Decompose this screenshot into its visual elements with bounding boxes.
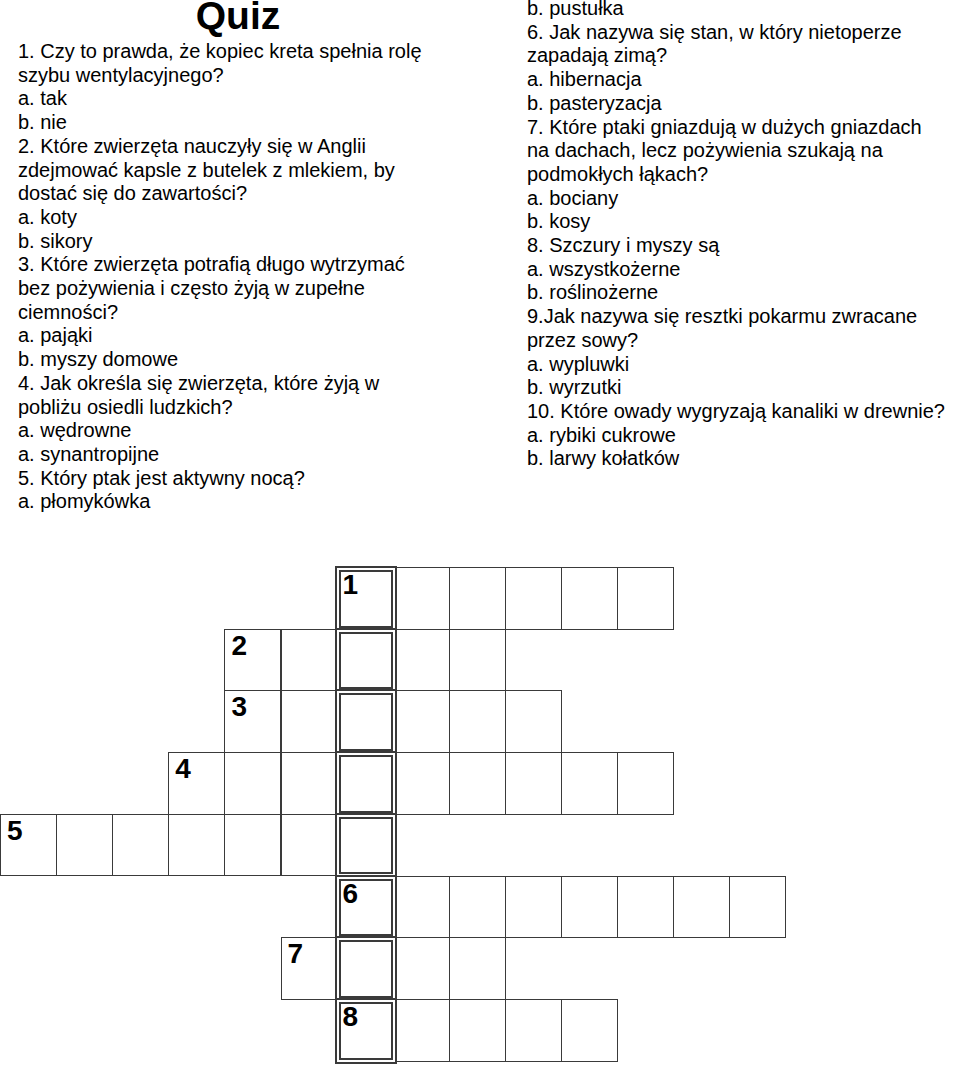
quiz-line: 1. Czy to prawda, że kopiec kreta spełni… [18, 40, 480, 64]
crossword-cell [393, 999, 450, 1062]
quiz-line: a. koty [18, 206, 480, 230]
crossword-cell [449, 752, 506, 815]
quiz-line: a. pająki [18, 324, 480, 348]
quiz-line: b. pasteryzacja [527, 92, 960, 116]
quiz-line: 10. Które owady wygryzają kanaliki w dre… [527, 400, 960, 424]
crossword-cell [393, 567, 450, 630]
crossword-solution-cell: 1 [335, 566, 397, 632]
quiz-line: b. pustułka [527, 0, 960, 21]
crossword-cell [449, 690, 506, 753]
quiz-line: podmokłych łąkach? [527, 163, 960, 187]
crossword-cell [281, 752, 338, 815]
crossword-cell [281, 814, 338, 877]
crossword-cell: 5 [0, 814, 57, 877]
crossword-cell [56, 814, 113, 877]
crossword-cell [281, 629, 338, 692]
clue-number: 2 [231, 631, 247, 661]
crossword-cell: 4 [168, 752, 225, 815]
crossword-cell [729, 876, 786, 939]
crossword-grid: 12345678 [0, 567, 960, 1067]
crossword-cell [224, 814, 281, 877]
quiz-line: ciemności? [18, 301, 480, 325]
quiz-line: 2. Które zwierzęta nauczyły się w Anglii [18, 135, 480, 159]
crossword-cell [393, 752, 450, 815]
crossword-solution-cell: 8 [335, 998, 397, 1064]
crossword-cell [617, 567, 674, 630]
clue-number: 1 [343, 570, 359, 600]
page-title: Quiz [0, 0, 476, 38]
crossword-cell [673, 876, 730, 939]
quiz-right-column: b. pustułka6. Jak nazywa się stan, w któ… [527, 0, 960, 471]
quiz-line: dostać się do zawartości? [18, 182, 480, 206]
quiz-line: a. wędrowne [18, 419, 480, 443]
crossword-cell [505, 567, 562, 630]
crossword-solution-cell [335, 628, 397, 694]
quiz-line: b. larwy kołatków [527, 447, 960, 471]
crossword-cell: 3 [224, 690, 281, 753]
quiz-line: b. roślinożerne [527, 281, 960, 305]
quiz-line: szybu wentylacyjnego? [18, 64, 480, 88]
quiz-line: 6. Jak nazywa się stan, w który nietoper… [527, 21, 960, 45]
crossword-cell [449, 629, 506, 692]
quiz-line: a. płomykówka [18, 490, 480, 514]
crossword-cell [561, 876, 618, 939]
crossword-cell [281, 690, 338, 753]
quiz-line: b. sikory [18, 230, 480, 254]
clue-number: 8 [343, 1002, 359, 1032]
crossword-cell [112, 814, 169, 877]
quiz-line: 9.Jak nazywa się resztki pokarmu zwracan… [527, 305, 960, 329]
crossword-solution-cell [335, 689, 397, 755]
quiz-line: bez pożywienia i często żyją w zupełne [18, 277, 480, 301]
quiz-line: zdejmować kapsle z butelek z mlekiem, by [18, 159, 480, 183]
clue-number: 3 [231, 692, 247, 722]
crossword-cell: 2 [224, 629, 281, 692]
quiz-line: a. rybiki cukrowe [527, 424, 960, 448]
crossword-cell [617, 876, 674, 939]
crossword-cell [393, 690, 450, 753]
crossword-cell [561, 999, 618, 1062]
quiz-line: przez sowy? [527, 329, 960, 353]
crossword-solution-cell [335, 813, 397, 879]
quiz-line: b. kosy [527, 210, 960, 234]
crossword-solution-cell [335, 936, 397, 1002]
crossword-cell [224, 752, 281, 815]
clue-number: 5 [7, 816, 23, 846]
quiz-line: a. wypluwki [527, 353, 960, 377]
quiz-line: 5. Który ptak jest aktywny nocą? [18, 467, 480, 491]
crossword-solution-cell [335, 751, 397, 817]
quiz-line: a. bociany [527, 187, 960, 211]
clue-number: 7 [288, 939, 304, 969]
clue-number: 4 [175, 754, 191, 784]
quiz-line: a. synantropijne [18, 443, 480, 467]
quiz-line: a. tak [18, 87, 480, 111]
quiz-line: b. myszy domowe [18, 348, 480, 372]
crossword-cell [393, 937, 450, 1000]
crossword-cell [168, 814, 225, 877]
quiz-line: 4. Jak określa się zwierzęta, które żyją… [18, 372, 480, 396]
quiz-line: zapadają zimą? [527, 44, 960, 68]
quiz-line: 7. Które ptaki gniazdują w dużych gniazd… [527, 116, 960, 140]
clue-number: 6 [343, 879, 359, 909]
quiz-line: a. hibernacja [527, 68, 960, 92]
crossword-cell: 7 [281, 937, 338, 1000]
crossword-cell [505, 690, 562, 753]
quiz-line: pobliżu osiedli ludzkich? [18, 396, 480, 420]
crossword-cell [449, 999, 506, 1062]
quiz-line: b. nie [18, 111, 480, 135]
crossword-cell [561, 567, 618, 630]
crossword-cell [505, 752, 562, 815]
crossword-cell [449, 876, 506, 939]
crossword-cell [505, 876, 562, 939]
crossword-solution-cell: 6 [335, 875, 397, 941]
quiz-line: b. wyrzutki [527, 376, 960, 400]
crossword-cell [393, 876, 450, 939]
quiz-line: 3. Które zwierzęta potrafią długo wytrzy… [18, 253, 480, 277]
quiz-left-column: 1. Czy to prawda, że kopiec kreta spełni… [18, 40, 480, 514]
crossword-cell [393, 629, 450, 692]
crossword-cell [449, 567, 506, 630]
crossword-cell [505, 999, 562, 1062]
quiz-line: a. wszystkożerne [527, 258, 960, 282]
quiz-line: na dachach, lecz pożywienia szukają na [527, 139, 960, 163]
crossword-cell [561, 752, 618, 815]
quiz-line: 8. Szczury i myszy są [527, 234, 960, 258]
crossword-cell [449, 937, 506, 1000]
crossword-cell [617, 752, 674, 815]
